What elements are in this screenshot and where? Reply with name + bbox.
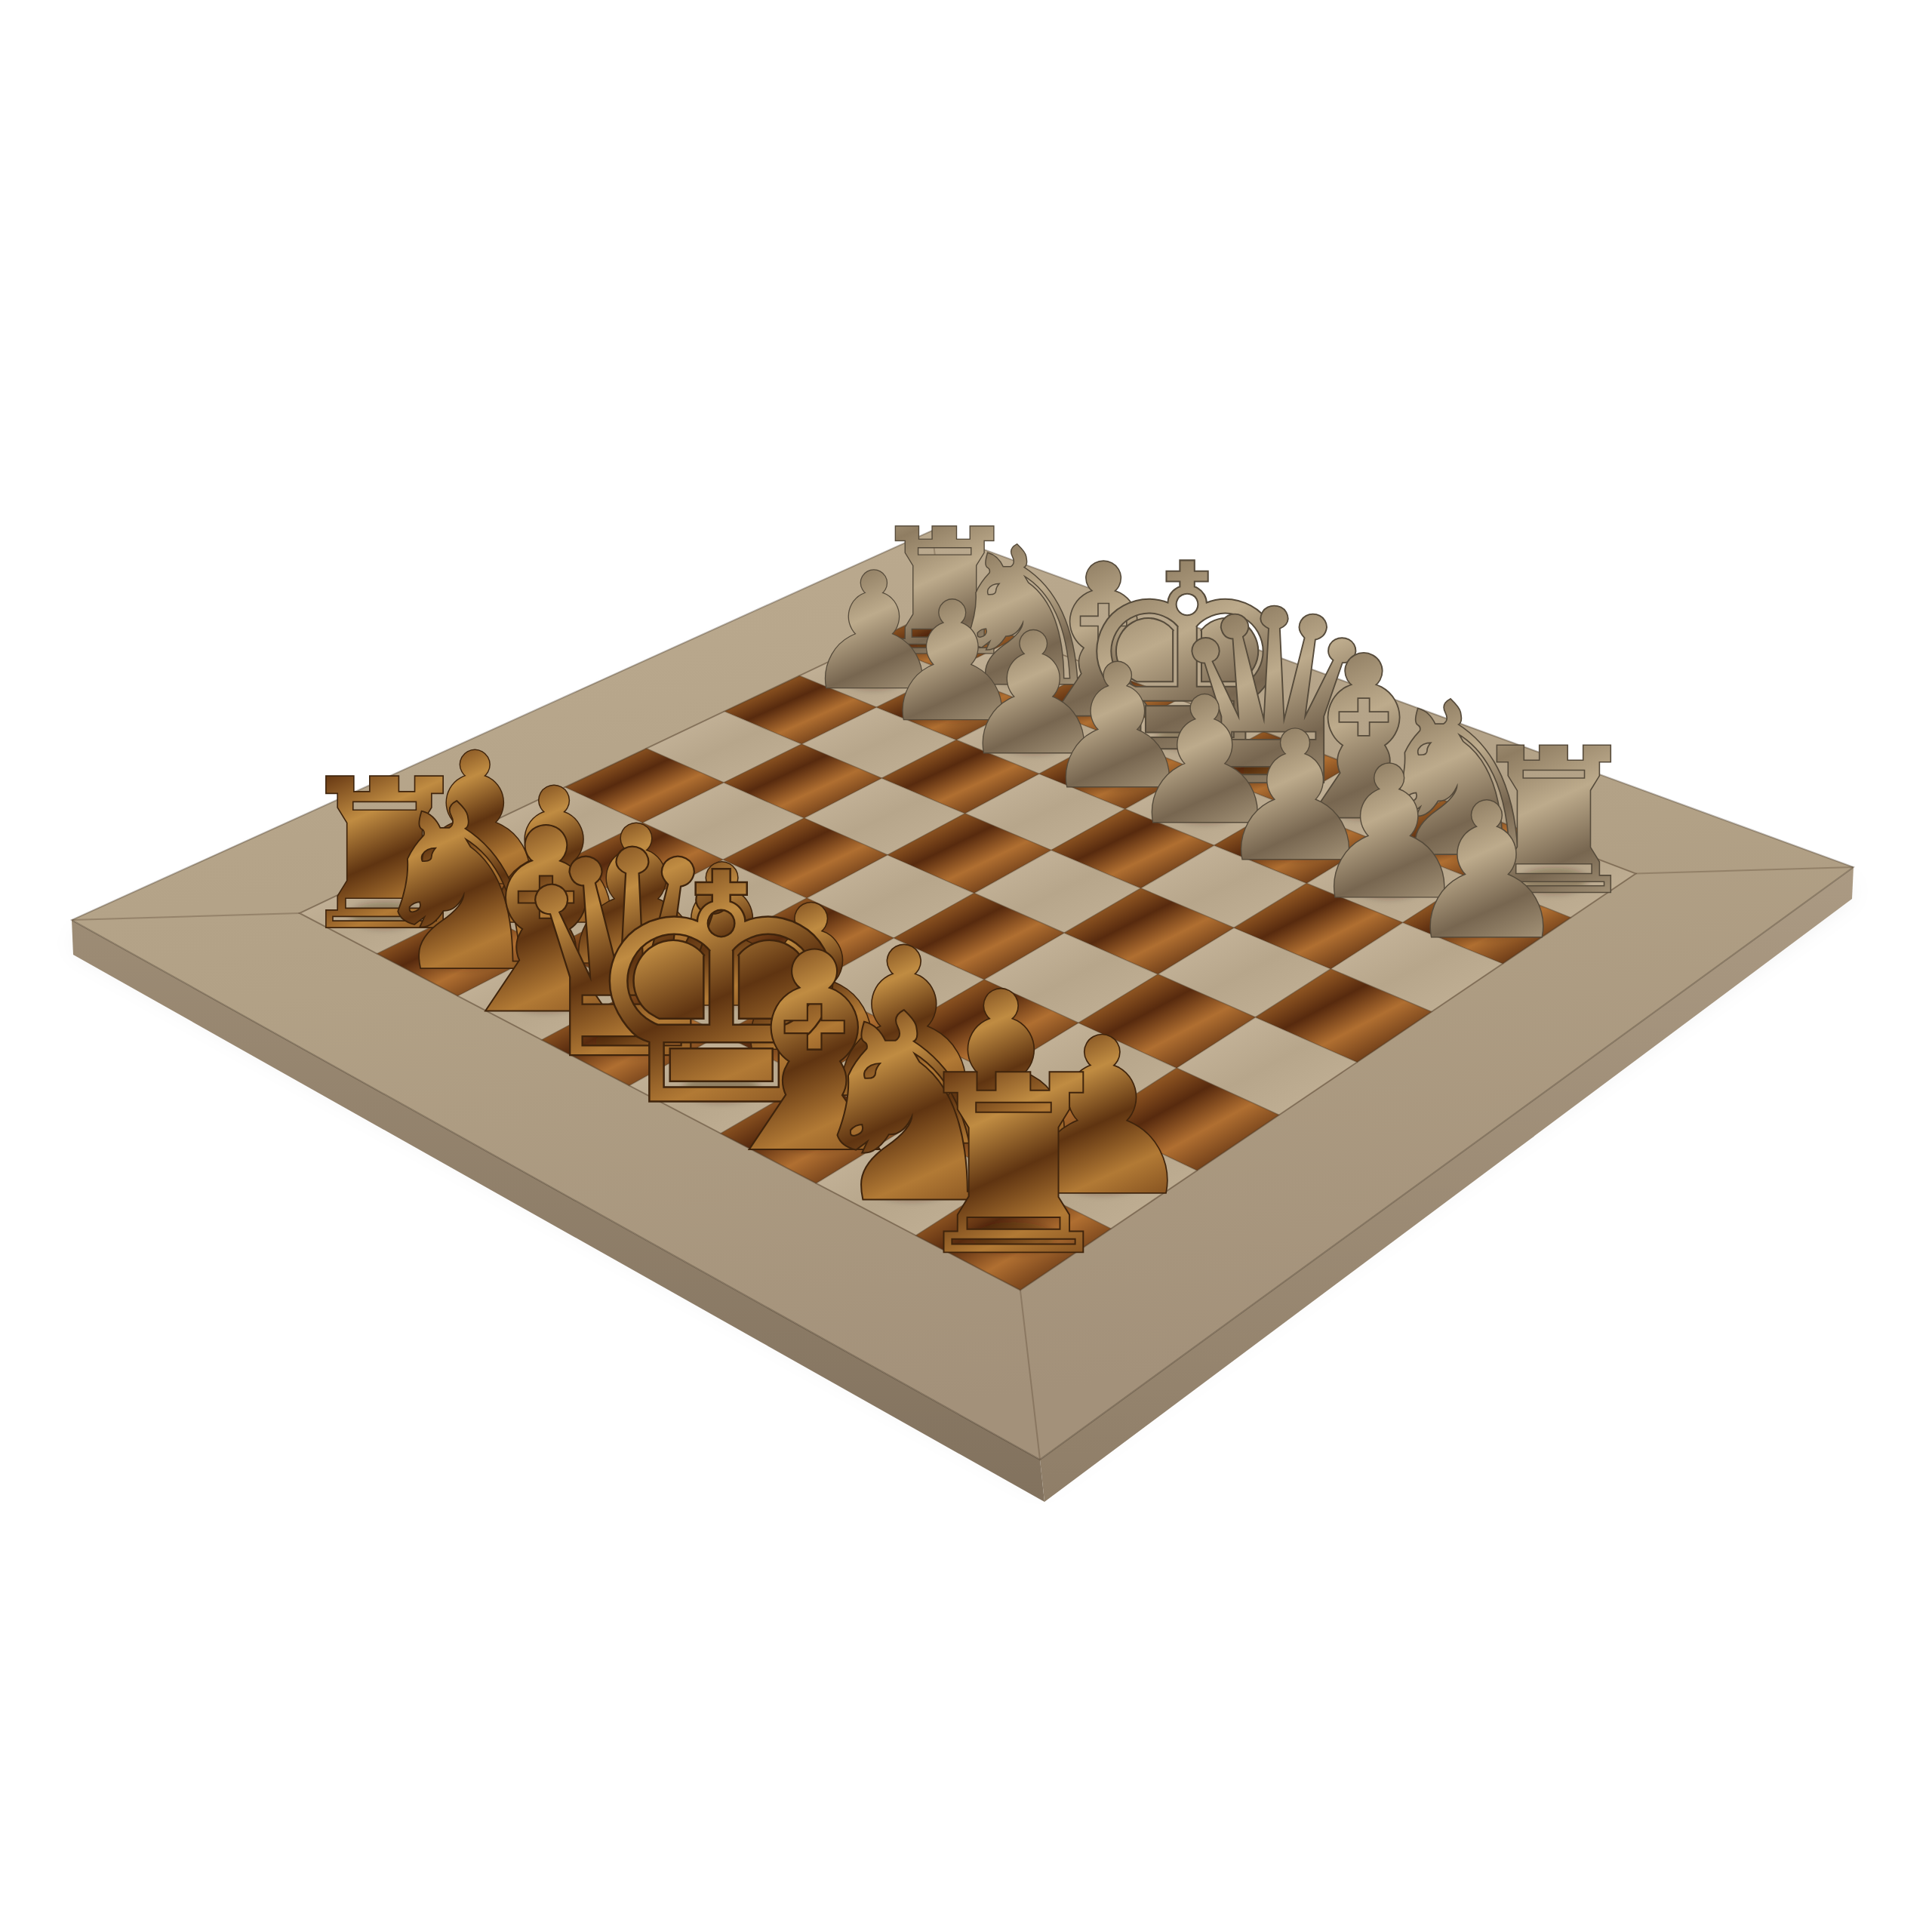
product-photo-stage: ♜︎♞︎♟︎♝︎♟︎♚︎♟︎♛︎♟︎♝︎♟︎♞︎♟︎♟︎♜︎♟︎♟︎♜︎♟︎♟︎…	[0, 0, 1932, 1932]
piece-coral-pawn-h7[interactable]: ♟︎	[1403, 764, 1571, 980]
chessboard-3d-view: ♜︎♞︎♟︎♝︎♟︎♚︎♟︎♛︎♟︎♝︎♟︎♞︎♟︎♟︎♜︎♟︎♟︎♜︎♟︎♟︎…	[0, 0, 1932, 1932]
piece-brown-rook-h1[interactable]: ♜︎	[903, 1024, 1123, 1309]
